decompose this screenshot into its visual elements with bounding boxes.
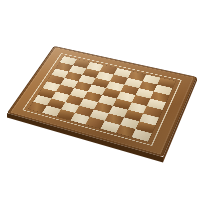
- product-photo-canvas: [0, 0, 200, 200]
